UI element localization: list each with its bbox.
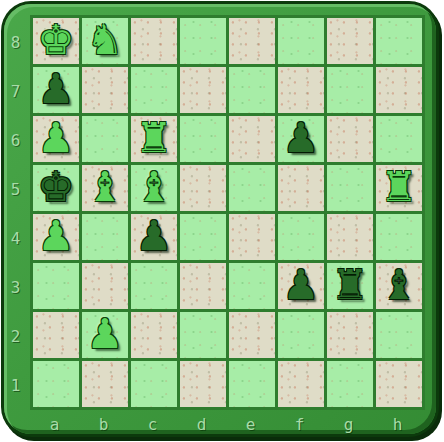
square-c1[interactable] bbox=[131, 361, 177, 407]
square-f3[interactable]: ♟ bbox=[278, 263, 324, 309]
square-c7[interactable] bbox=[131, 67, 177, 113]
square-f8[interactable] bbox=[278, 18, 324, 64]
chess-app-window: 87654321 ♚♞♟♟♜♟♚♝♝♜♟♟♟♜♝♟ abcdefgh bbox=[0, 0, 444, 442]
file-label-b: b bbox=[79, 411, 128, 437]
square-d2[interactable] bbox=[180, 312, 226, 358]
square-a5[interactable]: ♚ bbox=[33, 165, 79, 211]
square-d1[interactable] bbox=[180, 361, 226, 407]
square-f2[interactable] bbox=[278, 312, 324, 358]
light-pawn-a4[interactable]: ♟ bbox=[33, 214, 79, 260]
square-g6[interactable] bbox=[327, 116, 373, 162]
square-e1[interactable] bbox=[229, 361, 275, 407]
square-a8[interactable]: ♚ bbox=[33, 18, 79, 64]
dark-rook-g3[interactable]: ♜ bbox=[327, 263, 373, 309]
light-knight-b8[interactable]: ♞ bbox=[82, 18, 128, 64]
square-b1[interactable] bbox=[82, 361, 128, 407]
square-b4[interactable] bbox=[82, 214, 128, 260]
light-rook-h5[interactable]: ♜ bbox=[376, 165, 422, 211]
dark-king-a5[interactable]: ♚ bbox=[33, 165, 79, 211]
square-g4[interactable] bbox=[327, 214, 373, 260]
file-label-c: c bbox=[128, 411, 177, 437]
square-a6[interactable]: ♟ bbox=[33, 116, 79, 162]
square-h1[interactable] bbox=[376, 361, 422, 407]
square-h2[interactable] bbox=[376, 312, 422, 358]
rank-labels: 87654321 bbox=[2, 18, 29, 410]
square-c3[interactable] bbox=[131, 263, 177, 309]
square-b8[interactable]: ♞ bbox=[82, 18, 128, 64]
square-h8[interactable] bbox=[376, 18, 422, 64]
square-e2[interactable] bbox=[229, 312, 275, 358]
square-h7[interactable] bbox=[376, 67, 422, 113]
square-f1[interactable] bbox=[278, 361, 324, 407]
square-d8[interactable] bbox=[180, 18, 226, 64]
square-a3[interactable] bbox=[33, 263, 79, 309]
square-h6[interactable] bbox=[376, 116, 422, 162]
light-king-a8[interactable]: ♚ bbox=[33, 18, 79, 64]
square-d4[interactable] bbox=[180, 214, 226, 260]
square-c6[interactable]: ♜ bbox=[131, 116, 177, 162]
light-pawn-a6[interactable]: ♟ bbox=[33, 116, 79, 162]
square-c5[interactable]: ♝ bbox=[131, 165, 177, 211]
rank-label-4: 4 bbox=[2, 214, 29, 263]
square-f5[interactable] bbox=[278, 165, 324, 211]
square-e4[interactable] bbox=[229, 214, 275, 260]
square-a1[interactable] bbox=[33, 361, 79, 407]
square-e3[interactable] bbox=[229, 263, 275, 309]
square-h3[interactable]: ♝ bbox=[376, 263, 422, 309]
light-bishop-b5[interactable]: ♝ bbox=[82, 165, 128, 211]
square-a2[interactable] bbox=[33, 312, 79, 358]
square-g8[interactable] bbox=[327, 18, 373, 64]
square-f7[interactable] bbox=[278, 67, 324, 113]
square-g1[interactable] bbox=[327, 361, 373, 407]
file-label-g: g bbox=[324, 411, 373, 437]
square-c8[interactable] bbox=[131, 18, 177, 64]
square-d6[interactable] bbox=[180, 116, 226, 162]
square-h5[interactable]: ♜ bbox=[376, 165, 422, 211]
square-b7[interactable] bbox=[82, 67, 128, 113]
square-c2[interactable] bbox=[131, 312, 177, 358]
rank-label-8: 8 bbox=[2, 18, 29, 67]
square-c4[interactable]: ♟ bbox=[131, 214, 177, 260]
square-e5[interactable] bbox=[229, 165, 275, 211]
square-d5[interactable] bbox=[180, 165, 226, 211]
square-d3[interactable] bbox=[180, 263, 226, 309]
rank-label-6: 6 bbox=[2, 116, 29, 165]
square-g3[interactable]: ♜ bbox=[327, 263, 373, 309]
light-rook-c6[interactable]: ♜ bbox=[131, 116, 177, 162]
board: ♚♞♟♟♜♟♚♝♝♜♟♟♟♜♝♟ bbox=[30, 15, 425, 410]
square-b3[interactable] bbox=[82, 263, 128, 309]
dark-pawn-f6[interactable]: ♟ bbox=[278, 116, 324, 162]
square-e7[interactable] bbox=[229, 67, 275, 113]
square-b6[interactable] bbox=[82, 116, 128, 162]
file-label-d: d bbox=[177, 411, 226, 437]
square-g7[interactable] bbox=[327, 67, 373, 113]
square-h4[interactable] bbox=[376, 214, 422, 260]
file-label-e: e bbox=[226, 411, 275, 437]
file-label-h: h bbox=[373, 411, 422, 437]
file-labels: abcdefgh bbox=[30, 411, 422, 437]
square-e8[interactable] bbox=[229, 18, 275, 64]
rank-label-2: 2 bbox=[2, 312, 29, 361]
square-a4[interactable]: ♟ bbox=[33, 214, 79, 260]
light-pawn-b2[interactable]: ♟ bbox=[82, 312, 128, 358]
rank-label-5: 5 bbox=[2, 165, 29, 214]
rank-label-7: 7 bbox=[2, 67, 29, 116]
square-g5[interactable] bbox=[327, 165, 373, 211]
dark-bishop-h3[interactable]: ♝ bbox=[376, 263, 422, 309]
square-b5[interactable]: ♝ bbox=[82, 165, 128, 211]
rank-label-1: 1 bbox=[2, 361, 29, 410]
square-d7[interactable] bbox=[180, 67, 226, 113]
dark-pawn-f3[interactable]: ♟ bbox=[278, 263, 324, 309]
rank-label-3: 3 bbox=[2, 263, 29, 312]
square-f6[interactable]: ♟ bbox=[278, 116, 324, 162]
square-f4[interactable] bbox=[278, 214, 324, 260]
square-b2[interactable]: ♟ bbox=[82, 312, 128, 358]
square-e6[interactable] bbox=[229, 116, 275, 162]
dark-pawn-c4[interactable]: ♟ bbox=[131, 214, 177, 260]
file-label-a: a bbox=[30, 411, 79, 437]
square-g2[interactable] bbox=[327, 312, 373, 358]
light-bishop-c5[interactable]: ♝ bbox=[131, 165, 177, 211]
square-a7[interactable]: ♟ bbox=[33, 67, 79, 113]
dark-pawn-a7[interactable]: ♟ bbox=[33, 67, 79, 113]
file-label-f: f bbox=[275, 411, 324, 437]
